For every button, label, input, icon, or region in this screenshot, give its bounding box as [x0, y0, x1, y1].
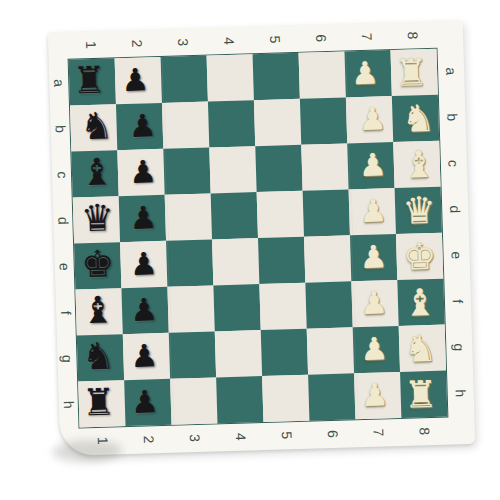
piece-black-pawn[interactable]: ♟ — [130, 294, 159, 326]
file-label-left-b: b — [50, 106, 71, 153]
square-d1[interactable]: ♛ — [73, 196, 120, 243]
square-b3[interactable] — [162, 102, 209, 149]
square-a5[interactable] — [253, 53, 300, 100]
piece-white-rook[interactable]: ♜ — [394, 54, 428, 92]
file-label-left-e: e — [54, 244, 75, 291]
square-a4[interactable] — [207, 54, 254, 101]
piece-black-knight[interactable]: ♞ — [79, 107, 113, 145]
piece-black-pawn[interactable]: ♟ — [130, 386, 159, 418]
square-f5[interactable] — [259, 283, 306, 330]
rank-label-bottom-7: 7 — [355, 418, 402, 447]
piece-white-bishop[interactable]: ♝ — [402, 145, 436, 183]
piece-white-knight[interactable]: ♞ — [403, 329, 437, 367]
square-a6[interactable] — [299, 51, 346, 98]
square-b5[interactable] — [254, 99, 301, 146]
square-g6[interactable] — [307, 327, 354, 374]
square-f3[interactable] — [167, 285, 214, 332]
piece-white-pawn[interactable]: ♟ — [359, 195, 388, 227]
square-h1[interactable]: ♜ — [78, 380, 125, 427]
product-photo-scene: ♜♟♟♜♞♟♟♞♝♟♟♝♛♟♟♛♚♟♟♚♝♟♟♝♞♟♟♞♜♟♟♜ 1122334… — [0, 0, 500, 500]
square-c6[interactable] — [301, 143, 348, 190]
square-d2[interactable]: ♟ — [119, 195, 166, 242]
rank-label-top-5: 5 — [252, 25, 299, 54]
square-e7[interactable]: ♟ — [350, 234, 397, 281]
square-c3[interactable] — [163, 148, 210, 195]
piece-white-pawn[interactable]: ♟ — [360, 379, 389, 411]
piece-black-bishop[interactable]: ♝ — [80, 153, 114, 191]
file-label-left-g: g — [57, 336, 78, 383]
square-h2[interactable]: ♟ — [124, 379, 171, 426]
square-g2[interactable]: ♟ — [123, 333, 170, 380]
piece-black-pawn[interactable]: ♟ — [128, 110, 157, 142]
square-e3[interactable] — [166, 239, 213, 286]
square-d3[interactable] — [165, 193, 212, 240]
square-f8[interactable]: ♝ — [397, 279, 444, 326]
piece-white-pawn[interactable]: ♟ — [360, 333, 389, 365]
square-e6[interactable] — [304, 235, 351, 282]
piece-black-rook[interactable]: ♜ — [82, 383, 116, 421]
piece-white-pawn[interactable]: ♟ — [358, 103, 387, 135]
square-h7[interactable]: ♟ — [354, 372, 401, 419]
rank-label-bottom-3: 3 — [172, 423, 219, 452]
rank-label-bottom-6: 6 — [309, 419, 356, 448]
rank-label-top-4: 4 — [206, 26, 253, 55]
square-e4[interactable] — [212, 238, 259, 285]
square-h4[interactable] — [216, 376, 263, 423]
square-f4[interactable] — [213, 284, 260, 331]
file-label-left-d: d — [53, 198, 74, 245]
file-label-right-f: f — [443, 278, 471, 325]
square-c5[interactable] — [255, 145, 302, 192]
square-f6[interactable] — [305, 281, 352, 328]
square-c4[interactable] — [209, 146, 256, 193]
piece-white-queen[interactable]: ♛ — [402, 191, 436, 229]
square-h5[interactable] — [262, 375, 309, 422]
chess-mat: ♜♟♟♜♞♟♟♞♝♟♟♝♛♟♟♛♚♟♟♚♝♟♟♝♞♟♟♞♜♟♟♜ 1122334… — [48, 20, 475, 456]
rank-label-bottom-5: 5 — [263, 421, 310, 450]
square-b7[interactable]: ♟ — [346, 96, 393, 143]
piece-white-knight[interactable]: ♞ — [401, 99, 435, 137]
mat-grid: ♜♟♟♜♞♟♟♞♝♟♟♝♛♟♟♛♚♟♟♚♝♟♟♝♞♟♟♞♜♟♟♜ 1122334… — [48, 20, 475, 456]
file-label-right-d: d — [441, 186, 469, 233]
rank-label-bottom-4: 4 — [217, 422, 264, 451]
rank-label-top-6: 6 — [298, 23, 345, 52]
square-b2[interactable]: ♟ — [116, 103, 163, 150]
square-a1[interactable]: ♜ — [69, 58, 116, 105]
square-g4[interactable] — [215, 330, 262, 377]
square-g1[interactable]: ♞ — [77, 334, 124, 381]
piece-black-pawn[interactable]: ♟ — [130, 340, 159, 372]
square-a8[interactable]: ♜ — [390, 49, 437, 96]
square-c8[interactable]: ♝ — [393, 141, 440, 188]
rank-label-top-1: 1 — [68, 30, 115, 59]
piece-black-bishop[interactable]: ♝ — [81, 291, 115, 329]
file-label-right-e: e — [442, 232, 470, 279]
file-label-right-g: g — [445, 324, 473, 371]
piece-white-rook[interactable]: ♜ — [404, 375, 438, 413]
piece-black-king[interactable]: ♚ — [81, 245, 115, 283]
piece-black-pawn[interactable]: ♟ — [129, 202, 158, 234]
rank-label-top-2: 2 — [114, 29, 161, 58]
square-b4[interactable] — [208, 100, 255, 147]
square-d5[interactable] — [257, 191, 304, 238]
file-label-right-a: a — [436, 48, 464, 95]
square-e5[interactable] — [258, 237, 305, 284]
file-label-left-a: a — [49, 60, 70, 107]
square-d6[interactable] — [303, 189, 350, 236]
square-b1[interactable]: ♞ — [70, 104, 117, 151]
file-label-left-h: h — [58, 382, 79, 429]
piece-white-pawn[interactable]: ♟ — [351, 57, 380, 89]
square-f2[interactable]: ♟ — [121, 287, 168, 334]
piece-black-queen[interactable]: ♛ — [80, 199, 114, 237]
square-d8[interactable]: ♛ — [395, 187, 442, 234]
file-label-right-b: b — [438, 94, 466, 141]
piece-white-king[interactable]: ♚ — [402, 237, 436, 275]
piece-black-pawn[interactable]: ♟ — [121, 64, 150, 96]
piece-white-pawn[interactable]: ♟ — [359, 149, 388, 181]
square-e2[interactable]: ♟ — [120, 241, 167, 288]
rank-label-top-3: 3 — [160, 28, 207, 57]
square-c2[interactable]: ♟ — [117, 149, 164, 196]
square-f1[interactable]: ♝ — [75, 288, 122, 335]
square-g8[interactable]: ♞ — [399, 325, 446, 372]
square-d7[interactable]: ♟ — [349, 188, 396, 235]
square-c1[interactable]: ♝ — [71, 150, 118, 197]
rank-label-bottom-8: 8 — [401, 417, 448, 446]
square-g5[interactable] — [261, 329, 308, 376]
piece-white-bishop[interactable]: ♝ — [403, 283, 437, 321]
square-h6[interactable] — [308, 373, 355, 420]
square-a2[interactable]: ♟ — [115, 57, 162, 104]
square-f7[interactable]: ♟ — [351, 280, 398, 327]
piece-black-pawn[interactable]: ♟ — [129, 248, 158, 280]
square-g7[interactable]: ♟ — [353, 326, 400, 373]
rank-label-top-7: 7 — [344, 22, 391, 51]
square-b6[interactable] — [300, 97, 347, 144]
piece-white-pawn[interactable]: ♟ — [360, 287, 389, 319]
chess-board: ♜♟♟♜♞♟♟♞♝♟♟♝♛♟♟♛♚♟♟♚♝♟♟♝♞♟♟♞♜♟♟♜ — [69, 49, 448, 428]
file-label-right-h: h — [446, 370, 474, 417]
piece-black-rook[interactable]: ♜ — [72, 61, 106, 99]
square-h8[interactable]: ♜ — [400, 371, 447, 418]
piece-white-pawn[interactable]: ♟ — [359, 241, 388, 273]
square-b8[interactable]: ♞ — [392, 95, 439, 142]
square-a3[interactable] — [161, 56, 208, 103]
square-h3[interactable] — [170, 377, 217, 424]
square-g3[interactable] — [169, 331, 216, 378]
square-d4[interactable] — [211, 192, 258, 239]
file-label-right-c: c — [439, 140, 467, 187]
file-label-left-f: f — [55, 290, 76, 337]
square-e1[interactable]: ♚ — [74, 242, 121, 289]
rank-label-bottom-2: 2 — [126, 425, 173, 454]
file-label-left-c: c — [51, 152, 72, 199]
square-c7[interactable]: ♟ — [347, 142, 394, 189]
piece-black-knight[interactable]: ♞ — [81, 337, 115, 375]
piece-black-pawn[interactable]: ♟ — [129, 156, 158, 188]
rank-label-top-8: 8 — [390, 21, 437, 50]
rank-label-bottom-1: 1 — [80, 426, 127, 455]
square-e8[interactable]: ♚ — [396, 233, 443, 280]
square-a7[interactable]: ♟ — [345, 50, 392, 97]
